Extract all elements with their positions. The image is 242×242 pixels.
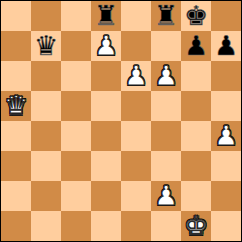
square-g8[interactable]: ♚ [181, 1, 211, 31]
square-c4[interactable] [61, 121, 91, 151]
square-c2[interactable] [61, 181, 91, 211]
square-e7[interactable] [121, 31, 151, 61]
square-h8[interactable] [211, 1, 241, 31]
square-g2[interactable] [181, 181, 211, 211]
square-c7[interactable] [61, 31, 91, 61]
square-h6[interactable] [211, 61, 241, 91]
square-f3[interactable] [151, 151, 181, 181]
square-b6[interactable] [31, 61, 61, 91]
square-a2[interactable] [1, 181, 31, 211]
chess-board-frame: ♜♜♚♛♟♟♟♟♟♛♟♟♚ [0, 0, 242, 242]
square-a6[interactable] [1, 61, 31, 91]
square-g7[interactable]: ♟ [181, 31, 211, 61]
square-d4[interactable] [91, 121, 121, 151]
square-g1[interactable]: ♚ [181, 211, 211, 241]
square-a1[interactable] [1, 211, 31, 241]
square-d6[interactable] [91, 61, 121, 91]
square-d5[interactable] [91, 91, 121, 121]
square-a7[interactable] [1, 31, 31, 61]
square-h4[interactable]: ♟ [211, 121, 241, 151]
square-e1[interactable] [121, 211, 151, 241]
square-h2[interactable] [211, 181, 241, 211]
square-f8[interactable]: ♜ [151, 1, 181, 31]
piece-white-pawn-d7[interactable]: ♟ [94, 31, 118, 61]
square-b3[interactable] [31, 151, 61, 181]
square-f6[interactable]: ♟ [151, 61, 181, 91]
square-g3[interactable] [181, 151, 211, 181]
square-e6[interactable]: ♟ [121, 61, 151, 91]
square-e4[interactable] [121, 121, 151, 151]
piece-white-pawn-e6[interactable]: ♟ [124, 61, 148, 91]
square-a4[interactable] [1, 121, 31, 151]
square-h1[interactable] [211, 211, 241, 241]
square-g4[interactable] [181, 121, 211, 151]
square-b2[interactable] [31, 181, 61, 211]
square-h3[interactable] [211, 151, 241, 181]
square-b4[interactable] [31, 121, 61, 151]
square-c6[interactable] [61, 61, 91, 91]
square-g6[interactable] [181, 61, 211, 91]
piece-black-king-g8[interactable]: ♚ [184, 1, 208, 31]
square-g5[interactable] [181, 91, 211, 121]
piece-black-pawn-h7[interactable]: ♟ [214, 31, 238, 61]
square-d7[interactable]: ♟ [91, 31, 121, 61]
square-h5[interactable] [211, 91, 241, 121]
square-e5[interactable] [121, 91, 151, 121]
piece-black-pawn-g7[interactable]: ♟ [184, 31, 208, 61]
piece-black-queen-b7[interactable]: ♛ [34, 31, 58, 61]
square-b5[interactable] [31, 91, 61, 121]
chess-board: ♜♜♚♛♟♟♟♟♟♛♟♟♚ [1, 1, 241, 241]
square-f1[interactable] [151, 211, 181, 241]
square-f2[interactable]: ♟ [151, 181, 181, 211]
square-f5[interactable] [151, 91, 181, 121]
square-e3[interactable] [121, 151, 151, 181]
piece-white-king-g1[interactable]: ♚ [184, 211, 208, 241]
piece-white-pawn-h4[interactable]: ♟ [214, 121, 238, 151]
square-c3[interactable] [61, 151, 91, 181]
square-e2[interactable] [121, 181, 151, 211]
square-d8[interactable]: ♜ [91, 1, 121, 31]
square-a5[interactable]: ♛ [1, 91, 31, 121]
square-c8[interactable] [61, 1, 91, 31]
square-c5[interactable] [61, 91, 91, 121]
square-d3[interactable] [91, 151, 121, 181]
piece-black-rook-f8[interactable]: ♜ [154, 1, 178, 31]
square-c1[interactable] [61, 211, 91, 241]
square-b8[interactable] [31, 1, 61, 31]
square-d1[interactable] [91, 211, 121, 241]
piece-white-pawn-f2[interactable]: ♟ [154, 181, 178, 211]
square-a3[interactable] [1, 151, 31, 181]
piece-white-pawn-f6[interactable]: ♟ [154, 61, 178, 91]
piece-white-queen-a5[interactable]: ♛ [4, 91, 28, 121]
square-b7[interactable]: ♛ [31, 31, 61, 61]
square-f4[interactable] [151, 121, 181, 151]
square-f7[interactable] [151, 31, 181, 61]
square-b1[interactable] [31, 211, 61, 241]
square-h7[interactable]: ♟ [211, 31, 241, 61]
square-e8[interactable] [121, 1, 151, 31]
square-d2[interactable] [91, 181, 121, 211]
square-a8[interactable] [1, 1, 31, 31]
piece-black-rook-d8[interactable]: ♜ [94, 1, 118, 31]
